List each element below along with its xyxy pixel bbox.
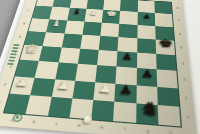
- file-label-g: g: [146, 129, 149, 134]
- piece-black-pawn-g3[interactable]: ♟: [141, 68, 154, 79]
- piece-white-pawn-c2[interactable]: ♟: [56, 79, 72, 91]
- piece-white-pawn-e2[interactable]: ♟: [98, 82, 113, 95]
- rank-label-right-2: 2: [185, 96, 188, 100]
- square-f1[interactable]: [113, 101, 136, 122]
- square-h8[interactable]: [154, 1, 172, 14]
- square-d4[interactable]: [78, 49, 99, 66]
- rank-label-left-2: 2: [3, 83, 7, 87]
- twin-knight-emblem-icon: ♞: [12, 113, 23, 122]
- square-d5[interactable]: [80, 34, 100, 49]
- rank-label-left-1: 1: [0, 101, 1, 105]
- piece-black-king-h5[interactable]: ♚: [158, 37, 173, 49]
- square-d3[interactable]: [75, 64, 97, 82]
- square-f6[interactable]: [119, 24, 138, 39]
- square-d2[interactable]: [72, 80, 95, 99]
- piece-white-bishop-b6[interactable]: ♝: [51, 19, 63, 27]
- loose-pawn-on-mat: [84, 116, 92, 123]
- square-h7[interactable]: [155, 13, 173, 27]
- square-d6[interactable]: [82, 21, 102, 35]
- file-label-c: c: [55, 121, 58, 126]
- square-f7[interactable]: [119, 11, 137, 25]
- file-label-h: h: [169, 131, 172, 134]
- file-label-b: b: [32, 120, 36, 125]
- square-c6[interactable]: [64, 20, 84, 34]
- piece-black-pawn-f2[interactable]: ♟: [119, 83, 133, 96]
- file-label-e: e: [100, 125, 103, 130]
- piece-white-pawn-a2[interactable]: ♟: [14, 76, 31, 88]
- rank-label-left-7: 7: [27, 10, 30, 13]
- piece-black-pawn-g7[interactable]: ♟: [143, 14, 151, 20]
- rank-label-left-3: 3: [8, 66, 12, 70]
- square-c4[interactable]: [58, 47, 80, 64]
- table-surface: abcdefgh8877665544332211 ♞ ♚♛♝♟♟♟♟♚♝♟♟♟♟…: [0, 0, 200, 134]
- square-e1[interactable]: [91, 100, 114, 121]
- rank-label-right-6: 6: [179, 32, 182, 35]
- rank-label-right-3: 3: [183, 78, 186, 82]
- square-h4[interactable]: [156, 54, 177, 71]
- file-label-f: f: [124, 127, 126, 132]
- file-label-d: d: [77, 123, 81, 128]
- square-g5[interactable]: [137, 38, 156, 54]
- square-e5[interactable]: [99, 36, 119, 52]
- rank-label-right-7: 7: [178, 19, 181, 22]
- square-g6[interactable]: [137, 25, 155, 40]
- rank-label-right-1: 1: [187, 116, 190, 120]
- square-e6[interactable]: [100, 22, 119, 37]
- square-c1[interactable]: [47, 97, 72, 118]
- square-c5[interactable]: [61, 33, 82, 48]
- rank-label-left-5: 5: [18, 36, 21, 39]
- piece-white-pawn-d7[interactable]: ♟: [90, 10, 99, 16]
- piece-white-king-e7[interactable]: ♚: [105, 9, 117, 17]
- rank-label-right-4: 4: [182, 62, 185, 65]
- board-logo: ♞: [10, 112, 26, 121]
- rank-label-left-6: 6: [23, 22, 26, 25]
- piece-black-bishop-c7[interactable]: ♝: [71, 8, 82, 15]
- piece-white-queen-a4[interactable]: ♛: [23, 43, 41, 56]
- square-h3[interactable]: [156, 70, 177, 88]
- rank-label-right-8: 8: [176, 7, 179, 10]
- chess-board: abcdefgh8877665544332211 ♞: [0, 0, 198, 134]
- square-g8[interactable]: [137, 0, 154, 13]
- square-e4[interactable]: [97, 50, 118, 67]
- piece-black-pawn-f4[interactable]: ♟: [122, 52, 134, 61]
- rank-label-right-5: 5: [180, 47, 183, 50]
- board-perspective-wrap: abcdefgh8877665544332211 ♞ ♚♛♝♟♟♟♟♚♝♟♟♟♟…: [0, 0, 198, 134]
